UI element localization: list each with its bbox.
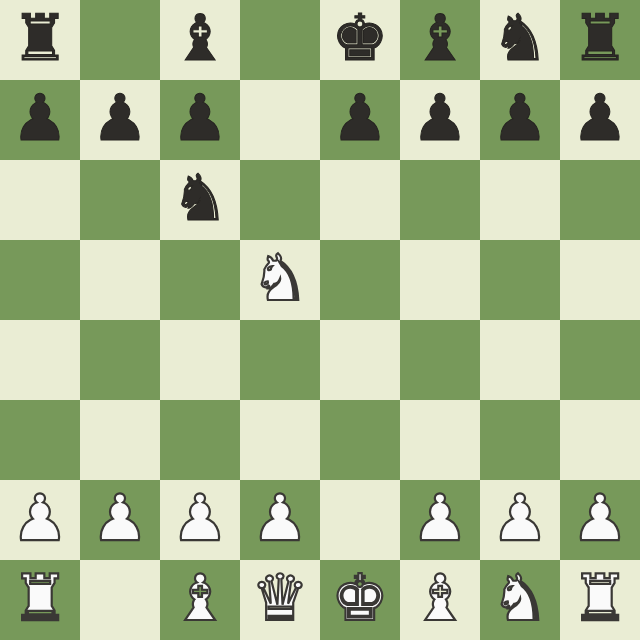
square-h6[interactable]: [560, 160, 640, 240]
square-a6[interactable]: [0, 160, 80, 240]
square-a7[interactable]: ♟: [0, 80, 80, 160]
square-e1[interactable]: ♚: [320, 560, 400, 640]
black-king[interactable]: ♚: [331, 0, 388, 78]
white-pawn[interactable]: ♟: [411, 478, 468, 558]
square-b2[interactable]: ♟: [80, 480, 160, 560]
square-c2[interactable]: ♟: [160, 480, 240, 560]
square-e4[interactable]: [320, 320, 400, 400]
square-d7[interactable]: [240, 80, 320, 160]
square-a2[interactable]: ♟: [0, 480, 80, 560]
square-a8[interactable]: ♜: [0, 0, 80, 80]
square-b3[interactable]: [80, 400, 160, 480]
square-e3[interactable]: [320, 400, 400, 480]
square-h2[interactable]: ♟: [560, 480, 640, 560]
square-h8[interactable]: ♜: [560, 0, 640, 80]
square-d2[interactable]: ♟: [240, 480, 320, 560]
white-knight[interactable]: ♞: [251, 238, 308, 318]
black-bishop[interactable]: ♝: [171, 0, 228, 78]
white-king[interactable]: ♚: [331, 558, 388, 638]
black-pawn[interactable]: ♟: [571, 78, 628, 158]
square-c1[interactable]: ♝: [160, 560, 240, 640]
white-queen[interactable]: ♛: [251, 558, 308, 638]
black-rook[interactable]: ♜: [11, 0, 68, 78]
square-h7[interactable]: ♟: [560, 80, 640, 160]
square-g1[interactable]: ♞: [480, 560, 560, 640]
square-c7[interactable]: ♟: [160, 80, 240, 160]
black-pawn[interactable]: ♟: [491, 78, 548, 158]
square-a3[interactable]: [0, 400, 80, 480]
white-pawn[interactable]: ♟: [171, 478, 228, 558]
square-f4[interactable]: [400, 320, 480, 400]
square-d8[interactable]: [240, 0, 320, 80]
square-e7[interactable]: ♟: [320, 80, 400, 160]
square-b7[interactable]: ♟: [80, 80, 160, 160]
square-h1[interactable]: ♜: [560, 560, 640, 640]
square-g6[interactable]: [480, 160, 560, 240]
square-f5[interactable]: [400, 240, 480, 320]
square-h5[interactable]: [560, 240, 640, 320]
square-b8[interactable]: [80, 0, 160, 80]
white-pawn[interactable]: ♟: [11, 478, 68, 558]
square-b1[interactable]: [80, 560, 160, 640]
black-pawn[interactable]: ♟: [331, 78, 388, 158]
square-f7[interactable]: ♟: [400, 80, 480, 160]
white-knight[interactable]: ♞: [491, 558, 548, 638]
square-c6[interactable]: ♞: [160, 160, 240, 240]
square-e6[interactable]: [320, 160, 400, 240]
black-pawn[interactable]: ♟: [91, 78, 148, 158]
square-e5[interactable]: [320, 240, 400, 320]
square-e8[interactable]: ♚: [320, 0, 400, 80]
chess-board: ♜♝♚♝♞♜♟♟♟♟♟♟♟♞♞♟♟♟♟♟♟♟♜♝♛♚♝♞♜: [0, 0, 640, 640]
square-d6[interactable]: [240, 160, 320, 240]
square-a5[interactable]: [0, 240, 80, 320]
square-c4[interactable]: [160, 320, 240, 400]
white-pawn[interactable]: ♟: [251, 478, 308, 558]
square-h4[interactable]: [560, 320, 640, 400]
square-c3[interactable]: [160, 400, 240, 480]
square-f3[interactable]: [400, 400, 480, 480]
square-f8[interactable]: ♝: [400, 0, 480, 80]
black-bishop[interactable]: ♝: [411, 0, 468, 78]
black-pawn[interactable]: ♟: [411, 78, 468, 158]
white-rook[interactable]: ♜: [571, 558, 628, 638]
square-f2[interactable]: ♟: [400, 480, 480, 560]
white-pawn[interactable]: ♟: [571, 478, 628, 558]
white-pawn[interactable]: ♟: [491, 478, 548, 558]
square-b4[interactable]: [80, 320, 160, 400]
square-d5[interactable]: ♞: [240, 240, 320, 320]
square-g5[interactable]: [480, 240, 560, 320]
square-g7[interactable]: ♟: [480, 80, 560, 160]
square-d3[interactable]: [240, 400, 320, 480]
square-b5[interactable]: [80, 240, 160, 320]
black-knight[interactable]: ♞: [491, 0, 548, 78]
square-d1[interactable]: ♛: [240, 560, 320, 640]
square-a1[interactable]: ♜: [0, 560, 80, 640]
black-knight[interactable]: ♞: [171, 158, 228, 238]
white-bishop[interactable]: ♝: [411, 558, 468, 638]
square-e2[interactable]: [320, 480, 400, 560]
square-g8[interactable]: ♞: [480, 0, 560, 80]
white-pawn[interactable]: ♟: [91, 478, 148, 558]
square-f1[interactable]: ♝: [400, 560, 480, 640]
square-g4[interactable]: [480, 320, 560, 400]
black-pawn[interactable]: ♟: [11, 78, 68, 158]
white-rook[interactable]: ♜: [11, 558, 68, 638]
square-c8[interactable]: ♝: [160, 0, 240, 80]
square-c5[interactable]: [160, 240, 240, 320]
black-rook[interactable]: ♜: [571, 0, 628, 78]
black-pawn[interactable]: ♟: [171, 78, 228, 158]
square-b6[interactable]: [80, 160, 160, 240]
square-a4[interactable]: [0, 320, 80, 400]
square-f6[interactable]: [400, 160, 480, 240]
square-d4[interactable]: [240, 320, 320, 400]
square-h3[interactable]: [560, 400, 640, 480]
square-g2[interactable]: ♟: [480, 480, 560, 560]
square-g3[interactable]: [480, 400, 560, 480]
white-bishop[interactable]: ♝: [171, 558, 228, 638]
